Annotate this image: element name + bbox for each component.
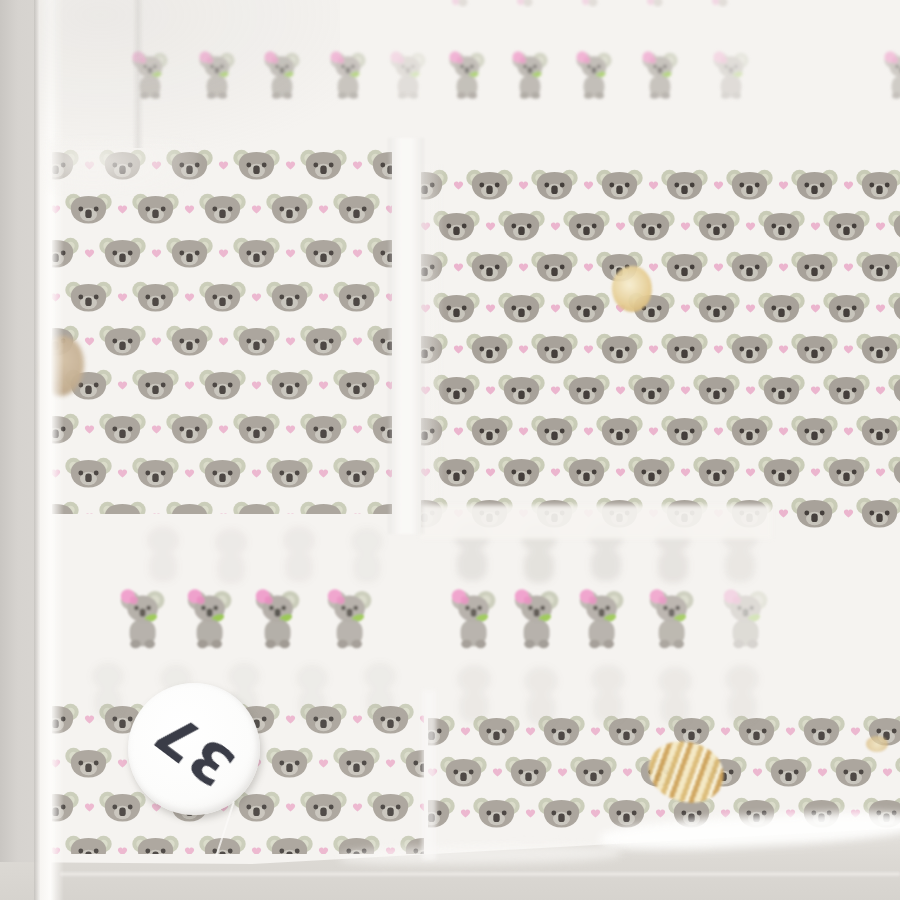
paper-shade xyxy=(40,0,340,150)
number-label-sticker: 37 xyxy=(128,683,260,815)
sheet-gap-seam xyxy=(388,138,424,534)
sheet-gap-seam-bottom xyxy=(422,690,436,860)
gold-foil-glint-small xyxy=(866,736,888,752)
sleeve-crease xyxy=(132,0,144,148)
photo-scene: 37 xyxy=(0,0,900,900)
sleeve-streak xyxy=(60,872,900,876)
block-bottom-haze xyxy=(420,505,772,539)
sticker-number: 37 xyxy=(142,698,247,799)
